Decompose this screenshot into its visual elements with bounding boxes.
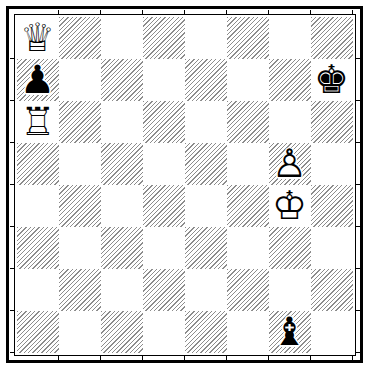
square-g6[interactable] — [269, 101, 311, 143]
square-e3[interactable] — [185, 227, 227, 269]
black-pawn[interactable]: ♟♟ — [17, 59, 59, 101]
square-g8[interactable] — [269, 17, 311, 59]
white-queen-glyph: ♕ — [17, 17, 59, 59]
square-c4[interactable] — [101, 185, 143, 227]
white-pawn[interactable]: ♟♙ — [269, 143, 311, 185]
black-bishop-glyph: ♝ — [269, 311, 311, 353]
square-a1[interactable] — [17, 311, 59, 353]
square-e2[interactable] — [185, 269, 227, 311]
square-e5[interactable] — [185, 143, 227, 185]
square-f6[interactable] — [227, 101, 269, 143]
square-d5[interactable] — [143, 143, 185, 185]
square-a8[interactable]: ♛♕ — [17, 17, 59, 59]
square-c5[interactable] — [101, 143, 143, 185]
white-pawn-glyph: ♙ — [269, 143, 311, 185]
square-e4[interactable] — [185, 185, 227, 227]
square-e1[interactable] — [185, 311, 227, 353]
square-a5[interactable] — [17, 143, 59, 185]
square-g5[interactable]: ♟♙ — [269, 143, 311, 185]
black-bishop[interactable]: ♝♝ — [269, 311, 311, 353]
white-king-glyph: ♔ — [269, 185, 311, 227]
square-d6[interactable] — [143, 101, 185, 143]
square-a4[interactable] — [17, 185, 59, 227]
square-f8[interactable] — [227, 17, 269, 59]
square-d2[interactable] — [143, 269, 185, 311]
black-pawn-glyph: ♟ — [17, 59, 59, 101]
square-h4[interactable] — [311, 185, 353, 227]
square-h6[interactable] — [311, 101, 353, 143]
square-g1[interactable]: ♝♝ — [269, 311, 311, 353]
square-g7[interactable] — [269, 59, 311, 101]
square-b4[interactable] — [59, 185, 101, 227]
square-c6[interactable] — [101, 101, 143, 143]
square-b6[interactable] — [59, 101, 101, 143]
square-f1[interactable] — [227, 311, 269, 353]
square-b8[interactable] — [59, 17, 101, 59]
square-e7[interactable] — [185, 59, 227, 101]
square-f5[interactable] — [227, 143, 269, 185]
black-king[interactable]: ♚♚ — [311, 59, 353, 101]
square-e6[interactable] — [185, 101, 227, 143]
square-f7[interactable] — [227, 59, 269, 101]
square-c8[interactable] — [101, 17, 143, 59]
square-f2[interactable] — [227, 269, 269, 311]
white-king[interactable]: ♚♔ — [269, 185, 311, 227]
black-king-glyph: ♚ — [311, 59, 353, 101]
square-h2[interactable] — [311, 269, 353, 311]
square-c7[interactable] — [101, 59, 143, 101]
square-b7[interactable] — [59, 59, 101, 101]
square-f3[interactable] — [227, 227, 269, 269]
square-a7[interactable]: ♟♟ — [17, 59, 59, 101]
square-h7[interactable]: ♚♚ — [311, 59, 353, 101]
white-rook-glyph: ♖ — [17, 101, 59, 143]
square-c3[interactable] — [101, 227, 143, 269]
square-a2[interactable] — [17, 269, 59, 311]
square-g3[interactable] — [269, 227, 311, 269]
square-d3[interactable] — [143, 227, 185, 269]
square-b1[interactable] — [59, 311, 101, 353]
square-f4[interactable] — [227, 185, 269, 227]
chess-board: ♛♕♟♟♚♚♜♖♟♙♚♔♝♝ — [17, 17, 353, 353]
square-c2[interactable] — [101, 269, 143, 311]
square-c1[interactable] — [101, 311, 143, 353]
square-h1[interactable] — [311, 311, 353, 353]
square-e8[interactable] — [185, 17, 227, 59]
square-g2[interactable] — [269, 269, 311, 311]
square-b3[interactable] — [59, 227, 101, 269]
square-d1[interactable] — [143, 311, 185, 353]
square-h5[interactable] — [311, 143, 353, 185]
white-rook[interactable]: ♜♖ — [17, 101, 59, 143]
square-g4[interactable]: ♚♔ — [269, 185, 311, 227]
square-b2[interactable] — [59, 269, 101, 311]
square-d4[interactable] — [143, 185, 185, 227]
square-a6[interactable]: ♜♖ — [17, 101, 59, 143]
square-d8[interactable] — [143, 17, 185, 59]
square-h8[interactable] — [311, 17, 353, 59]
square-d7[interactable] — [143, 59, 185, 101]
chess-diagram: ♛♕♟♟♚♚♜♖♟♙♚♔♝♝ — [0, 0, 369, 369]
white-queen[interactable]: ♛♕ — [17, 17, 59, 59]
square-h3[interactable] — [311, 227, 353, 269]
square-a3[interactable] — [17, 227, 59, 269]
square-b5[interactable] — [59, 143, 101, 185]
